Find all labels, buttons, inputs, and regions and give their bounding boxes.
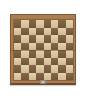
board-square: [36, 58, 43, 66]
clasp-icon: [41, 80, 46, 84]
board-square: [66, 43, 73, 51]
board-square: [36, 35, 43, 43]
board-square: [29, 65, 36, 73]
board-square: [36, 20, 43, 28]
board-square: [66, 35, 73, 43]
chessboard: [10, 14, 76, 85]
board-square: [51, 65, 58, 73]
board-square: [29, 28, 36, 36]
board-square: [14, 50, 21, 58]
board-square: [14, 35, 21, 43]
board-square: [58, 65, 65, 73]
board-square: [51, 28, 58, 36]
board-square: [58, 28, 65, 36]
board-square: [51, 50, 58, 58]
board-square: [21, 43, 28, 51]
board-square: [44, 58, 51, 66]
board-square: [51, 35, 58, 43]
board-square: [21, 50, 28, 58]
board-square: [21, 65, 28, 73]
board-square: [44, 65, 51, 73]
board-square: [66, 58, 73, 66]
board-square: [14, 28, 21, 36]
board-square: [21, 20, 28, 28]
board-square: [66, 28, 73, 36]
board-square: [51, 20, 58, 28]
board-square: [29, 43, 36, 51]
board-square: [58, 43, 65, 51]
board-square: [66, 50, 73, 58]
board-square: [51, 73, 58, 81]
board-square: [58, 58, 65, 66]
board-square: [14, 58, 21, 66]
board-square: [66, 73, 73, 81]
board-square: [36, 65, 43, 73]
board-square: [14, 73, 21, 81]
board-square: [29, 35, 36, 43]
board-square: [66, 20, 73, 28]
board-square: [66, 65, 73, 73]
board-square: [58, 50, 65, 58]
board-square: [51, 43, 58, 51]
board-square: [58, 35, 65, 43]
board-square: [44, 73, 51, 81]
board-square: [21, 58, 28, 66]
board-square: [36, 28, 43, 36]
board-square: [29, 58, 36, 66]
board-square: [29, 20, 36, 28]
board-square: [36, 43, 43, 51]
board-square: [14, 20, 21, 28]
board-square: [21, 28, 28, 36]
board-fold-seam: [11, 50, 75, 51]
board-square: [21, 73, 28, 81]
board-square: [44, 20, 51, 28]
board-square: [36, 50, 43, 58]
product-photo-canvas: [0, 0, 85, 109]
board-square: [36, 73, 43, 81]
board-square: [51, 58, 58, 66]
board-square: [21, 35, 28, 43]
board-square: [58, 20, 65, 28]
board-square: [29, 73, 36, 81]
board-square: [29, 50, 36, 58]
board-square: [44, 43, 51, 51]
board-square: [14, 65, 21, 73]
board-square: [44, 50, 51, 58]
board-square: [14, 43, 21, 51]
board-square: [58, 73, 65, 81]
board-square: [44, 35, 51, 43]
board-square: [44, 28, 51, 36]
